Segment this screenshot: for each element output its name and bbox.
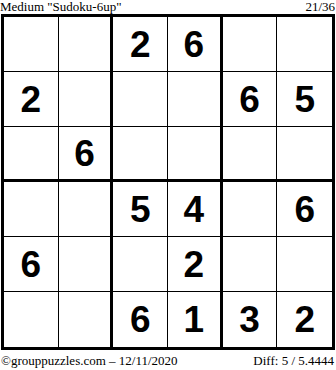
cell-r1c2-empty[interactable]: [59, 17, 114, 72]
cell-r3c1-empty[interactable]: [4, 127, 59, 182]
cell-r2c4-empty[interactable]: [168, 72, 223, 127]
cell-r5c2-empty[interactable]: [59, 237, 114, 292]
cell-r6c3-given[interactable]: 6: [113, 292, 168, 347]
cell-r2c2-empty[interactable]: [59, 72, 114, 127]
cell-r4c2-empty[interactable]: [59, 182, 114, 237]
puzzle-page: Medium "Sudoku-6up" 21/36 26265654662613…: [0, 0, 336, 370]
cell-r5c1-given[interactable]: 6: [4, 237, 59, 292]
footer: ©grouppuzzles.com – 12/11/2020 Diff: 5 /…: [0, 354, 336, 368]
cell-r3c5-empty[interactable]: [223, 127, 278, 182]
cell-r6c5-given[interactable]: 3: [223, 292, 278, 347]
cell-r2c6-given[interactable]: 5: [277, 72, 332, 127]
cell-counter: 21/36: [305, 0, 335, 13]
copyright-text: ©grouppuzzles.com – 12/11/2020: [1, 354, 178, 368]
cell-r1c5-empty[interactable]: [223, 17, 278, 72]
cell-r4c6-given[interactable]: 6: [277, 182, 332, 237]
cell-r4c3-given[interactable]: 5: [113, 182, 168, 237]
cell-r1c6-empty[interactable]: [277, 17, 332, 72]
cell-r6c6-given[interactable]: 2: [277, 292, 332, 347]
cell-r3c2-given[interactable]: 6: [59, 127, 114, 182]
cell-r5c3-empty[interactable]: [113, 237, 168, 292]
cell-r4c4-given[interactable]: 4: [168, 182, 223, 237]
cell-r4c1-empty[interactable]: [4, 182, 59, 237]
cell-r3c6-empty[interactable]: [277, 127, 332, 182]
cell-r1c4-given[interactable]: 6: [168, 17, 223, 72]
header: Medium "Sudoku-6up" 21/36: [0, 0, 336, 13]
sudoku-board: 262656546626132: [1, 14, 335, 350]
cell-r6c1-empty[interactable]: [4, 292, 59, 347]
puzzle-title: Medium "Sudoku-6up": [0, 0, 121, 13]
cell-r5c6-empty[interactable]: [277, 237, 332, 292]
cell-r3c3-empty[interactable]: [113, 127, 168, 182]
difficulty-text: Diff: 5 / 5.4444: [253, 354, 334, 368]
cell-r6c2-empty[interactable]: [59, 292, 114, 347]
cell-r1c3-given[interactable]: 2: [113, 17, 168, 72]
cell-r5c5-empty[interactable]: [223, 237, 278, 292]
cell-r3c4-empty[interactable]: [168, 127, 223, 182]
cell-r2c3-empty[interactable]: [113, 72, 168, 127]
cell-r5c4-given[interactable]: 2: [168, 237, 223, 292]
cell-r2c5-given[interactable]: 6: [223, 72, 278, 127]
cell-r2c1-given[interactable]: 2: [4, 72, 59, 127]
cell-r4c5-empty[interactable]: [223, 182, 278, 237]
cell-r1c1-empty[interactable]: [4, 17, 59, 72]
cell-r6c4-given[interactable]: 1: [168, 292, 223, 347]
